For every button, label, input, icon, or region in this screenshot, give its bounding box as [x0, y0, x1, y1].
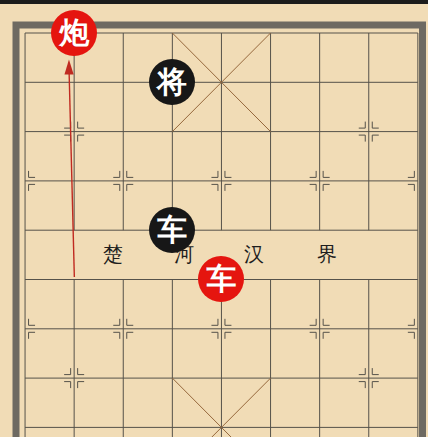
river-char-chu: 楚: [103, 242, 123, 266]
last-move-arrow-shaft: [69, 74, 74, 277]
piece-red-cannon[interactable]: 炮: [51, 10, 97, 56]
board-frame: [16, 25, 423, 437]
window-top-edge: [0, 0, 428, 4]
board-grid-lines: [25, 33, 418, 437]
last-move-arrow-head: [64, 60, 73, 75]
river-char-jie: 界: [317, 242, 337, 266]
xiangqi-app-window: 楚 河 汉 界 炮将车车: [0, 0, 428, 437]
river-char-han: 汉: [244, 242, 264, 266]
xiangqi-board[interactable]: 楚 河 汉 界: [0, 0, 428, 437]
last-move-arrow: [64, 60, 74, 278]
